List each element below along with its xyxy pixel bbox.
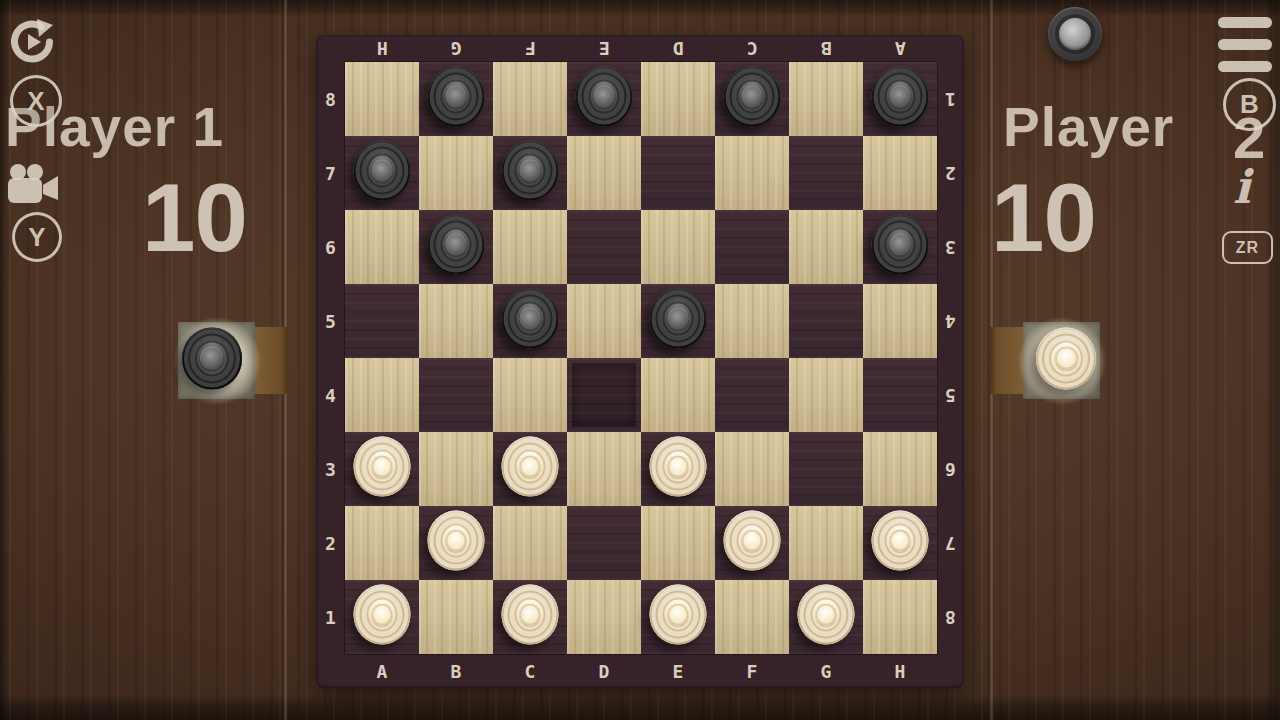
square-d3[interactable] bbox=[567, 432, 641, 506]
coord-label: F bbox=[747, 661, 758, 682]
coord-label: B bbox=[451, 661, 462, 682]
white-checker-c3[interactable] bbox=[502, 437, 559, 497]
square-b1[interactable] bbox=[419, 580, 493, 654]
player2-tray-piece-white bbox=[1036, 327, 1096, 389]
square-h6[interactable] bbox=[863, 210, 937, 284]
black-checker-c7[interactable] bbox=[502, 141, 559, 201]
player1-tray-piece-black bbox=[182, 327, 242, 389]
square-g8[interactable] bbox=[789, 62, 863, 136]
coord-label: 4 bbox=[945, 311, 956, 332]
square-b5[interactable] bbox=[419, 284, 493, 358]
square-h8[interactable] bbox=[863, 62, 937, 136]
coord-label: 7 bbox=[945, 533, 956, 554]
square-h1[interactable] bbox=[863, 580, 937, 654]
coord-label: 5 bbox=[325, 311, 336, 332]
coord-label: 4 bbox=[325, 385, 336, 406]
white-checker-e3[interactable] bbox=[650, 437, 707, 497]
coord-label: H bbox=[377, 38, 388, 59]
coord-label: B bbox=[821, 38, 832, 59]
menu-bar bbox=[1218, 17, 1272, 28]
rank-labels-right: 12345678 bbox=[937, 62, 964, 654]
button-hint-y[interactable]: Y bbox=[12, 212, 62, 262]
coord-label: 7 bbox=[325, 163, 336, 184]
menu-bar bbox=[1218, 61, 1272, 72]
coord-label: 6 bbox=[945, 459, 956, 480]
square-f3[interactable] bbox=[715, 432, 789, 506]
button-b-label: B bbox=[1240, 89, 1259, 120]
coord-label: 1 bbox=[325, 607, 336, 628]
square-c2[interactable] bbox=[493, 506, 567, 580]
coord-label: A bbox=[895, 38, 906, 59]
square-g6[interactable] bbox=[789, 210, 863, 284]
button-x-label: X bbox=[27, 86, 44, 117]
camera-icon[interactable] bbox=[6, 163, 60, 207]
square-g7[interactable] bbox=[789, 136, 863, 210]
square-a7[interactable] bbox=[345, 136, 419, 210]
square-a3[interactable] bbox=[345, 432, 419, 506]
white-checker-e1[interactable] bbox=[650, 585, 707, 645]
square-h5[interactable] bbox=[863, 284, 937, 358]
black-checker-b6[interactable] bbox=[428, 215, 485, 275]
square-b3[interactable] bbox=[419, 432, 493, 506]
square-h2[interactable] bbox=[863, 506, 937, 580]
coord-label: 1 bbox=[945, 89, 956, 110]
coord-label: 6 bbox=[325, 237, 336, 258]
coord-label: 5 bbox=[945, 385, 956, 406]
square-f6[interactable] bbox=[715, 210, 789, 284]
coord-label: C bbox=[747, 38, 758, 59]
coord-label: 2 bbox=[325, 533, 336, 554]
square-b6[interactable] bbox=[419, 210, 493, 284]
white-checker-a1[interactable] bbox=[354, 585, 411, 645]
black-checker-h8[interactable] bbox=[872, 67, 929, 127]
square-b4[interactable] bbox=[419, 358, 493, 432]
menu-icon[interactable] bbox=[1218, 17, 1272, 72]
coord-label: E bbox=[599, 38, 610, 59]
square-b2[interactable] bbox=[419, 506, 493, 580]
square-c8[interactable] bbox=[493, 62, 567, 136]
black-checker-d8[interactable] bbox=[576, 67, 633, 127]
info-glyph: i bbox=[1233, 160, 1250, 214]
square-d2[interactable] bbox=[567, 506, 641, 580]
square-c4[interactable] bbox=[493, 358, 567, 432]
square-c6[interactable] bbox=[493, 210, 567, 284]
square-h3[interactable] bbox=[863, 432, 937, 506]
black-checker-b8[interactable] bbox=[428, 67, 485, 127]
square-f2[interactable] bbox=[715, 506, 789, 580]
square-f7[interactable] bbox=[715, 136, 789, 210]
file-labels-bottom: ABCDEFGH bbox=[345, 654, 937, 688]
coord-label: C bbox=[525, 661, 536, 682]
square-f8[interactable] bbox=[715, 62, 789, 136]
button-hint-b[interactable]: B bbox=[1223, 78, 1276, 131]
square-c1[interactable] bbox=[493, 580, 567, 654]
black-checker-e5[interactable] bbox=[650, 289, 707, 349]
square-g2[interactable] bbox=[789, 506, 863, 580]
square-g3[interactable] bbox=[789, 432, 863, 506]
square-a4[interactable] bbox=[345, 358, 419, 432]
square-e2[interactable] bbox=[641, 506, 715, 580]
square-g5[interactable] bbox=[789, 284, 863, 358]
square-h4[interactable] bbox=[863, 358, 937, 432]
coord-label: 8 bbox=[945, 607, 956, 628]
white-checker-a3[interactable] bbox=[354, 437, 411, 497]
square-d5[interactable] bbox=[567, 284, 641, 358]
coord-label: 3 bbox=[325, 459, 336, 480]
player2-piece-tray bbox=[1023, 322, 1100, 399]
player2-name: Player bbox=[1003, 100, 1174, 155]
player1-piece-tray bbox=[178, 322, 255, 399]
checkers-board[interactable] bbox=[345, 62, 937, 654]
square-d6[interactable] bbox=[567, 210, 641, 284]
black-checker-f8[interactable] bbox=[724, 67, 781, 127]
black-checker-a7[interactable] bbox=[354, 141, 411, 201]
coord-label: 2 bbox=[945, 163, 956, 184]
square-b7[interactable] bbox=[419, 136, 493, 210]
square-b8[interactable] bbox=[419, 62, 493, 136]
square-f5[interactable] bbox=[715, 284, 789, 358]
replay-icon[interactable] bbox=[8, 18, 56, 66]
square-c7[interactable] bbox=[493, 136, 567, 210]
checkers-board-frame: HGFEDCBA ABCDEFGH 87654321 12345678 bbox=[316, 35, 964, 688]
coord-label: F bbox=[525, 38, 536, 59]
player2-score: 10 bbox=[991, 170, 1096, 266]
black-checker-c5[interactable] bbox=[502, 289, 559, 349]
file-labels-top: HGFEDCBA bbox=[345, 35, 937, 62]
black-checker-h6[interactable] bbox=[872, 215, 929, 275]
menu-bar bbox=[1218, 39, 1272, 50]
square-e5[interactable] bbox=[641, 284, 715, 358]
square-e4[interactable] bbox=[641, 358, 715, 432]
coord-label: E bbox=[673, 661, 684, 682]
square-a6[interactable] bbox=[345, 210, 419, 284]
square-d8[interactable] bbox=[567, 62, 641, 136]
square-f1[interactable] bbox=[715, 580, 789, 654]
coord-label: 8 bbox=[325, 89, 336, 110]
square-g1[interactable] bbox=[789, 580, 863, 654]
wood-knob-decoration bbox=[1048, 7, 1102, 61]
white-checker-c1[interactable] bbox=[502, 585, 559, 645]
player1-score: 10 bbox=[142, 170, 247, 266]
square-d1[interactable] bbox=[567, 580, 641, 654]
white-checker-b2[interactable] bbox=[428, 511, 485, 571]
white-checker-h2[interactable] bbox=[872, 511, 929, 571]
info-icon[interactable]: i bbox=[1233, 160, 1250, 214]
button-hint-zr[interactable]: ZR bbox=[1222, 231, 1273, 264]
square-a5[interactable] bbox=[345, 284, 419, 358]
square-d4[interactable] bbox=[567, 358, 641, 432]
game-screen: HGFEDCBA ABCDEFGH 87654321 12345678 X Pl… bbox=[0, 0, 1280, 720]
square-f4[interactable] bbox=[715, 358, 789, 432]
rank-labels-left: 87654321 bbox=[316, 62, 345, 654]
square-a8[interactable] bbox=[345, 62, 419, 136]
square-a1[interactable] bbox=[345, 580, 419, 654]
square-c5[interactable] bbox=[493, 284, 567, 358]
coord-label: G bbox=[821, 661, 832, 682]
button-hint-x[interactable]: X bbox=[10, 75, 62, 127]
coord-label: G bbox=[451, 38, 462, 59]
square-d7[interactable] bbox=[567, 136, 641, 210]
square-e6[interactable] bbox=[641, 210, 715, 284]
square-g4[interactable] bbox=[789, 358, 863, 432]
square-e1[interactable] bbox=[641, 580, 715, 654]
square-e8[interactable] bbox=[641, 62, 715, 136]
white-checker-f2[interactable] bbox=[724, 511, 781, 571]
coord-label: D bbox=[599, 661, 610, 682]
square-e3[interactable] bbox=[641, 432, 715, 506]
white-checker-g1[interactable] bbox=[798, 585, 855, 645]
button-y-label: Y bbox=[28, 222, 45, 253]
button-zr-label: ZR bbox=[1236, 239, 1259, 257]
square-h7[interactable] bbox=[863, 136, 937, 210]
square-c3[interactable] bbox=[493, 432, 567, 506]
square-a2[interactable] bbox=[345, 506, 419, 580]
coord-label: H bbox=[895, 661, 906, 682]
square-e7[interactable] bbox=[641, 136, 715, 210]
coord-label: 3 bbox=[945, 237, 956, 258]
coord-label: A bbox=[377, 661, 388, 682]
coord-label: D bbox=[673, 38, 684, 59]
